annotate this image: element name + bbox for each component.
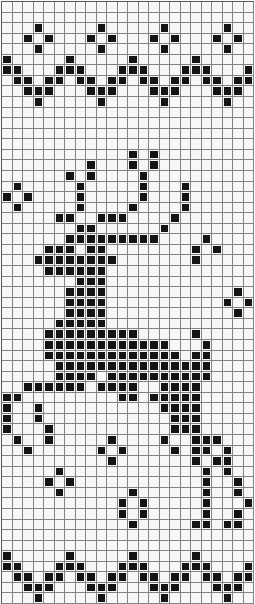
- stitch-cell-filled: [97, 245, 108, 256]
- stitch-cell-filled: [139, 509, 150, 520]
- stitch-mark: [66, 552, 74, 560]
- stitch-blank: [234, 394, 242, 402]
- stitch-cell-empty: [76, 171, 87, 182]
- stitch-blank: [150, 552, 158, 560]
- stitch-blank: [150, 404, 158, 412]
- stitch-mark: [171, 87, 179, 95]
- stitch-mark: [66, 235, 74, 243]
- stitch-mark: [213, 436, 221, 444]
- stitch-cell-empty: [34, 277, 45, 288]
- stitch-blank: [234, 214, 242, 222]
- stitch-cell-empty: [212, 319, 223, 330]
- stitch-cell-empty: [23, 203, 34, 214]
- stitch-blank: [35, 362, 43, 370]
- stitch-blank: [108, 119, 116, 127]
- stitch-mark: [24, 573, 32, 581]
- stitch-cell-empty: [118, 319, 129, 330]
- stitch-cell-empty: [139, 551, 150, 562]
- stitch-mark: [3, 425, 11, 433]
- stitch-cell-empty: [13, 34, 24, 45]
- stitch-blank: [77, 510, 85, 518]
- stitch-cell-filled: [23, 86, 34, 97]
- stitch-blank: [171, 278, 179, 286]
- stitch-cell-filled: [86, 319, 97, 330]
- stitch-cell-empty: [86, 520, 97, 531]
- stitch-blank: [129, 299, 137, 307]
- stitch-cell-empty: [23, 298, 34, 309]
- stitch-blank: [119, 204, 127, 212]
- stitch-cell-empty: [44, 456, 55, 467]
- stitch-blank: [140, 278, 148, 286]
- stitch-cell-filled: [65, 171, 76, 182]
- stitch-blank: [203, 309, 211, 317]
- stitch-blank: [213, 161, 221, 169]
- stitch-mark: [45, 383, 53, 391]
- stitch-cell-empty: [13, 530, 24, 541]
- stitch-blank: [129, 499, 137, 507]
- stitch-cell-empty: [44, 129, 55, 140]
- stitch-cell-empty: [44, 2, 55, 13]
- stitch-blank: [24, 267, 32, 275]
- stitch-blank: [140, 214, 148, 222]
- stitch-blank: [45, 109, 53, 117]
- stitch-cell-empty: [2, 509, 13, 520]
- stitch-mark: [119, 510, 127, 518]
- stitch-cell-empty: [244, 13, 255, 24]
- stitch-cell-empty: [34, 34, 45, 45]
- stitch-mark: [77, 204, 85, 212]
- stitch-cell-empty: [97, 129, 108, 140]
- stitch-cell-filled: [86, 224, 97, 235]
- stitch-cell-empty: [86, 446, 97, 457]
- stitch-cell-filled: [191, 351, 202, 362]
- stitch-blank: [56, 151, 64, 159]
- stitch-blank: [234, 457, 242, 465]
- stitch-cell-empty: [2, 382, 13, 393]
- stitch-cell-empty: [139, 266, 150, 277]
- stitch-blank: [35, 320, 43, 328]
- stitch-cell-empty: [170, 308, 181, 319]
- stitch-blank: [192, 35, 200, 43]
- stitch-cell-empty: [44, 593, 55, 604]
- stitch-cell-empty: [23, 530, 34, 541]
- stitch-cell-empty: [34, 108, 45, 119]
- stitch-blank: [119, 109, 127, 117]
- stitch-blank: [56, 35, 64, 43]
- stitch-mark: [66, 267, 74, 275]
- stitch-cell-empty: [2, 234, 13, 245]
- stitch-cell-empty: [212, 308, 223, 319]
- stitch-cell-empty: [55, 287, 66, 298]
- stitch-cell-empty: [160, 319, 171, 330]
- stitch-cell-filled: [223, 583, 234, 594]
- stitch-cell-empty: [223, 65, 234, 76]
- stitch-blank: [35, 341, 43, 349]
- stitch-mark: [45, 352, 53, 360]
- stitch-blank: [24, 468, 32, 476]
- stitch-cell-empty: [2, 572, 13, 583]
- stitch-blank: [192, 489, 200, 497]
- stitch-cell-empty: [170, 477, 181, 488]
- stitch-cell-filled: [212, 34, 223, 45]
- stitch-cell-empty: [86, 108, 97, 119]
- stitch-cell-filled: [160, 340, 171, 351]
- stitch-cell-empty: [181, 329, 192, 340]
- stitch-blank: [119, 267, 127, 275]
- stitch-blank: [24, 531, 32, 539]
- stitch-cell-filled: [244, 65, 255, 76]
- stitch-cell-empty: [223, 224, 234, 235]
- stitch-blank: [66, 436, 74, 444]
- knitting-chart-grid: [1, 1, 254, 604]
- stitch-mark: [56, 352, 64, 360]
- stitch-cell-empty: [212, 498, 223, 509]
- stitch-blank: [98, 119, 106, 127]
- stitch-mark: [245, 563, 253, 571]
- stitch-blank: [192, 183, 200, 191]
- stitch-cell-empty: [202, 541, 213, 552]
- stitch-cell-filled: [97, 44, 108, 55]
- stitch-cell-filled: [23, 76, 34, 87]
- stitch-cell-empty: [233, 382, 244, 393]
- stitch-blank: [3, 235, 11, 243]
- stitch-cell-empty: [86, 129, 97, 140]
- stitch-cell-filled: [149, 351, 160, 362]
- stitch-cell-empty: [244, 129, 255, 140]
- stitch-cell-empty: [149, 23, 160, 34]
- stitch-mark: [66, 341, 74, 349]
- stitch-cell-filled: [202, 572, 213, 583]
- stitch-blank: [14, 119, 22, 127]
- stitch-blank: [213, 468, 221, 476]
- stitch-blank: [35, 499, 43, 507]
- stitch-cell-empty: [233, 393, 244, 404]
- stitch-blank: [119, 130, 127, 138]
- stitch-blank: [14, 352, 22, 360]
- stitch-cell-empty: [13, 245, 24, 256]
- stitch-cell-empty: [181, 277, 192, 288]
- stitch-blank: [182, 341, 190, 349]
- stitch-mark: [66, 320, 74, 328]
- stitch-cell-filled: [86, 351, 97, 362]
- stitch-blank: [182, 87, 190, 95]
- stitch-cell-empty: [65, 446, 76, 457]
- stitch-cell-empty: [139, 255, 150, 266]
- stitch-cell-empty: [212, 403, 223, 414]
- stitch-blank: [119, 425, 127, 433]
- stitch-cell-empty: [23, 456, 34, 467]
- stitch-blank: [56, 56, 64, 64]
- stitch-blank: [108, 56, 116, 64]
- stitch-mark: [98, 288, 106, 296]
- stitch-blank: [182, 499, 190, 507]
- stitch-cell-empty: [181, 308, 192, 319]
- stitch-blank: [98, 521, 106, 529]
- stitch-mark: [98, 594, 106, 602]
- stitch-cell-empty: [97, 160, 108, 171]
- stitch-mark: [213, 35, 221, 43]
- stitch-blank: [3, 45, 11, 53]
- stitch-cell-empty: [191, 308, 202, 319]
- stitch-cell-empty: [223, 108, 234, 119]
- stitch-mark: [14, 66, 22, 74]
- stitch-cell-empty: [191, 477, 202, 488]
- stitch-cell-filled: [76, 298, 87, 309]
- stitch-blank: [182, 214, 190, 222]
- stitch-cell-filled: [128, 160, 139, 171]
- stitch-cell-empty: [128, 34, 139, 45]
- stitch-cell-empty: [97, 435, 108, 446]
- stitch-blank: [24, 457, 32, 465]
- stitch-blank: [45, 172, 53, 180]
- stitch-cell-empty: [181, 509, 192, 520]
- stitch-cell-filled: [149, 76, 160, 87]
- stitch-blank: [129, 172, 137, 180]
- stitch-cell-empty: [34, 446, 45, 457]
- stitch-blank: [213, 256, 221, 264]
- stitch-cell-empty: [223, 551, 234, 562]
- stitch-blank: [77, 140, 85, 148]
- stitch-blank: [3, 478, 11, 486]
- stitch-cell-filled: [244, 572, 255, 583]
- stitch-cell-empty: [223, 572, 234, 583]
- stitch-cell-filled: [170, 583, 181, 594]
- stitch-blank: [192, 288, 200, 296]
- stitch-cell-filled: [55, 255, 66, 266]
- stitch-cell-empty: [233, 213, 244, 224]
- stitch-mark: [56, 256, 64, 264]
- stitch-cell-empty: [44, 530, 55, 541]
- stitch-cell-empty: [244, 160, 255, 171]
- stitch-cell-empty: [139, 403, 150, 414]
- stitch-mark: [129, 489, 137, 497]
- stitch-blank: [119, 45, 127, 53]
- stitch-cell-empty: [128, 403, 139, 414]
- stitch-cell-empty: [212, 234, 223, 245]
- stitch-blank: [24, 130, 32, 138]
- stitch-blank: [119, 521, 127, 529]
- stitch-cell-empty: [55, 203, 66, 214]
- stitch-blank: [98, 436, 106, 444]
- stitch-blank: [192, 193, 200, 201]
- stitch-cell-filled: [160, 393, 171, 404]
- stitch-blank: [203, 383, 211, 391]
- stitch-cell-filled: [149, 234, 160, 245]
- stitch-blank: [24, 404, 32, 412]
- stitch-mark: [108, 341, 116, 349]
- stitch-blank: [171, 66, 179, 74]
- stitch-blank: [182, 235, 190, 243]
- stitch-blank: [171, 330, 179, 338]
- stitch-cell-empty: [244, 224, 255, 235]
- stitch-cell-empty: [97, 414, 108, 425]
- stitch-blank: [224, 256, 232, 264]
- stitch-cell-filled: [107, 340, 118, 351]
- stitch-cell-empty: [13, 414, 24, 425]
- stitch-cell-filled: [128, 393, 139, 404]
- stitch-mark: [66, 309, 74, 317]
- stitch-blank: [3, 362, 11, 370]
- stitch-blank: [119, 140, 127, 148]
- stitch-blank: [119, 478, 127, 486]
- stitch-mark: [245, 299, 253, 307]
- stitch-blank: [150, 214, 158, 222]
- stitch-cell-empty: [44, 171, 55, 182]
- stitch-cell-empty: [13, 541, 24, 552]
- stitch-cell-empty: [191, 108, 202, 119]
- stitch-cell-empty: [44, 182, 55, 193]
- stitch-blank: [129, 225, 137, 233]
- stitch-cell-empty: [65, 435, 76, 446]
- stitch-blank: [182, 119, 190, 127]
- stitch-blank: [129, 447, 137, 455]
- stitch-cell-empty: [107, 108, 118, 119]
- stitch-cell-filled: [55, 213, 66, 224]
- stitch-mark: [87, 573, 95, 581]
- stitch-cell-empty: [139, 446, 150, 457]
- stitch-cell-filled: [149, 361, 160, 372]
- stitch-mark: [108, 573, 116, 581]
- stitch-cell-empty: [128, 255, 139, 266]
- stitch-blank: [171, 45, 179, 53]
- stitch-cell-filled: [212, 245, 223, 256]
- stitch-blank: [192, 594, 200, 602]
- stitch-cell-filled: [76, 192, 87, 203]
- stitch-mark: [161, 436, 169, 444]
- stitch-cell-empty: [244, 139, 255, 150]
- stitch-mark: [182, 415, 190, 423]
- stitch-blank: [45, 278, 53, 286]
- stitch-blank: [87, 594, 95, 602]
- stitch-cell-empty: [86, 435, 97, 446]
- stitch-cell-empty: [65, 530, 76, 541]
- stitch-blank: [234, 225, 242, 233]
- stitch-blank: [35, 140, 43, 148]
- stitch-mark: [77, 362, 85, 370]
- stitch-mark: [182, 77, 190, 85]
- stitch-cell-empty: [118, 2, 129, 13]
- stitch-mark: [182, 425, 190, 433]
- stitch-mark: [56, 246, 64, 254]
- stitch-cell-empty: [13, 44, 24, 55]
- stitch-blank: [140, 468, 148, 476]
- stitch-cell-filled: [76, 234, 87, 245]
- stitch-cell-filled: [233, 488, 244, 499]
- stitch-blank: [35, 478, 43, 486]
- stitch-cell-empty: [128, 424, 139, 435]
- stitch-cell-empty: [212, 192, 223, 203]
- stitch-cell-filled: [34, 403, 45, 414]
- stitch-mark: [203, 573, 211, 581]
- stitch-blank: [66, 404, 74, 412]
- stitch-blank: [192, 320, 200, 328]
- stitch-cell-empty: [23, 108, 34, 119]
- stitch-blank: [56, 204, 64, 212]
- stitch-cell-filled: [13, 572, 24, 583]
- stitch-mark: [87, 299, 95, 307]
- stitch-cell-filled: [160, 86, 171, 97]
- stitch-blank: [224, 66, 232, 74]
- stitch-blank: [45, 394, 53, 402]
- stitch-cell-filled: [212, 86, 223, 97]
- stitch-blank: [66, 594, 74, 602]
- stitch-cell-empty: [34, 118, 45, 129]
- stitch-cell-empty: [44, 150, 55, 161]
- stitch-cell-filled: [86, 160, 97, 171]
- stitch-mark: [56, 468, 64, 476]
- stitch-cell-empty: [212, 213, 223, 224]
- stitch-cell-empty: [170, 2, 181, 13]
- stitch-blank: [35, 193, 43, 201]
- stitch-blank: [245, 447, 253, 455]
- stitch-cell-empty: [149, 414, 160, 425]
- stitch-mark: [161, 383, 169, 391]
- stitch-mark: [98, 256, 106, 264]
- stitch-blank: [224, 352, 232, 360]
- stitch-mark: [224, 87, 232, 95]
- stitch-cell-filled: [191, 435, 202, 446]
- stitch-cell-empty: [23, 509, 34, 520]
- stitch-blank: [56, 98, 64, 106]
- stitch-cell-filled: [118, 234, 129, 245]
- stitch-cell-empty: [170, 266, 181, 277]
- stitch-blank: [161, 66, 169, 74]
- stitch-cell-empty: [181, 488, 192, 499]
- stitch-cell-filled: [2, 65, 13, 76]
- stitch-cell-empty: [233, 224, 244, 235]
- stitch-cell-empty: [212, 414, 223, 425]
- stitch-mark: [150, 77, 158, 85]
- stitch-blank: [245, 35, 253, 43]
- stitch-blank: [35, 35, 43, 43]
- stitch-cell-empty: [86, 44, 97, 55]
- stitch-blank: [213, 510, 221, 518]
- stitch-blank: [119, 183, 127, 191]
- stitch-cell-empty: [170, 456, 181, 467]
- stitch-blank: [161, 256, 169, 264]
- stitch-mark: [45, 256, 53, 264]
- stitch-cell-empty: [244, 245, 255, 256]
- stitch-cell-empty: [97, 150, 108, 161]
- stitch-blank: [129, 119, 137, 127]
- stitch-blank: [245, 521, 253, 529]
- stitch-cell-empty: [118, 467, 129, 478]
- stitch-blank: [119, 288, 127, 296]
- stitch-cell-empty: [128, 477, 139, 488]
- stitch-cell-empty: [223, 118, 234, 129]
- stitch-blank: [129, 288, 137, 296]
- stitch-cell-empty: [181, 86, 192, 97]
- stitch-blank: [234, 235, 242, 243]
- stitch-blank: [77, 246, 85, 254]
- stitch-blank: [119, 552, 127, 560]
- stitch-blank: [35, 161, 43, 169]
- stitch-blank: [213, 183, 221, 191]
- stitch-blank: [213, 119, 221, 127]
- stitch-mark: [119, 214, 127, 222]
- stitch-blank: [150, 66, 158, 74]
- stitch-cell-empty: [23, 213, 34, 224]
- stitch-cell-empty: [170, 234, 181, 245]
- stitch-blank: [3, 87, 11, 95]
- stitch-mark: [182, 204, 190, 212]
- stitch-mark: [224, 521, 232, 529]
- stitch-blank: [161, 447, 169, 455]
- stitch-cell-empty: [212, 65, 223, 76]
- stitch-cell-filled: [170, 213, 181, 224]
- stitch-blank: [129, 77, 137, 85]
- stitch-blank: [45, 56, 53, 64]
